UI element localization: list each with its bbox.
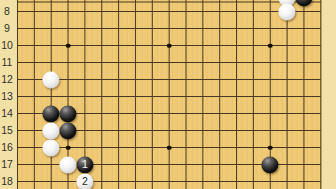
board-intersection[interactable]: [295, 139, 312, 156]
board-intersection[interactable]: [245, 54, 262, 71]
board-intersection[interactable]: [76, 37, 93, 54]
board-intersection[interactable]: [178, 173, 195, 189]
board-intersection[interactable]: [144, 105, 161, 122]
board-intersection[interactable]: [262, 3, 279, 20]
board-intersection[interactable]: [211, 71, 228, 88]
board-intersection[interactable]: [76, 54, 93, 71]
board-intersection[interactable]: [295, 88, 312, 105]
board-intersection[interactable]: [279, 3, 296, 20]
board-intersection[interactable]: [178, 20, 195, 37]
board-intersection[interactable]: [110, 20, 127, 37]
board-intersection[interactable]: [211, 37, 228, 54]
board-intersection[interactable]: [76, 71, 93, 88]
board-intersection[interactable]: [194, 105, 211, 122]
board-intersection[interactable]: [43, 20, 60, 37]
board-intersection[interactable]: [178, 37, 195, 54]
board-intersection[interactable]: [161, 71, 178, 88]
board-intersection[interactable]: [194, 173, 211, 189]
board-intersection[interactable]: [60, 20, 77, 37]
board-intersection[interactable]: [279, 54, 296, 71]
board-intersection[interactable]: [93, 71, 110, 88]
board-intersection[interactable]: [76, 122, 93, 139]
board-intersection[interactable]: [262, 71, 279, 88]
row-label-15: 15: [0, 122, 14, 139]
board-intersection[interactable]: [262, 139, 279, 156]
board-intersection[interactable]: [245, 156, 262, 173]
board-intersection[interactable]: [295, 20, 312, 37]
board-intersection[interactable]: [127, 71, 144, 88]
board-intersection[interactable]: [279, 173, 296, 189]
board-intersection[interactable]: [211, 173, 228, 189]
board-intersection[interactable]: [279, 139, 296, 156]
board-intersection[interactable]: [245, 88, 262, 105]
board-intersection[interactable]: [228, 88, 245, 105]
board-intersection[interactable]: [26, 71, 43, 88]
board-intersection[interactable]: [76, 3, 93, 20]
board-intersection[interactable]: [245, 37, 262, 54]
board-intersection[interactable]: [312, 37, 329, 54]
row-label-12: 12: [0, 71, 14, 88]
board-intersection[interactable]: [161, 3, 178, 20]
board-intersection[interactable]: [262, 54, 279, 71]
board-intersection[interactable]: [110, 156, 127, 173]
board-intersection[interactable]: [127, 173, 144, 189]
board-intersection[interactable]: [228, 54, 245, 71]
board-intersection[interactable]: [144, 139, 161, 156]
board-intersection[interactable]: [93, 88, 110, 105]
board-intersection[interactable]: [110, 71, 127, 88]
board-intersection[interactable]: [76, 105, 93, 122]
board-intersection[interactable]: [228, 71, 245, 88]
board-intersection[interactable]: [26, 156, 43, 173]
row-label-14: 14: [0, 105, 14, 122]
board-intersection[interactable]: [312, 71, 329, 88]
board-intersection[interactable]: [295, 156, 312, 173]
board-intersection[interactable]: [76, 173, 93, 189]
board-intersection[interactable]: [110, 173, 127, 189]
board-intersection[interactable]: [93, 54, 110, 71]
board-intersection[interactable]: [279, 122, 296, 139]
board-intersection[interactable]: [178, 88, 195, 105]
board-intersection[interactable]: [211, 3, 228, 20]
board-intersection[interactable]: [26, 54, 43, 71]
board-intersection[interactable]: [127, 20, 144, 37]
board-intersection[interactable]: [43, 54, 60, 71]
board-intersection[interactable]: [43, 37, 60, 54]
board-intersection[interactable]: [211, 20, 228, 37]
board-intersection[interactable]: [194, 139, 211, 156]
board-intersection[interactable]: [43, 88, 60, 105]
board-intersection[interactable]: [295, 173, 312, 189]
board-intersection[interactable]: [110, 54, 127, 71]
board-intersection[interactable]: [60, 88, 77, 105]
board-intersection[interactable]: [262, 37, 279, 54]
board-intersection[interactable]: [194, 3, 211, 20]
board-intersection[interactable]: [43, 71, 60, 88]
board-intersection[interactable]: [211, 105, 228, 122]
board-intersection[interactable]: [161, 54, 178, 71]
board-intersection[interactable]: [211, 156, 228, 173]
board-intersection[interactable]: [262, 105, 279, 122]
row-coordinate-axis: 89101112131415161718: [0, 0, 17, 189]
row-label-11: 11: [0, 54, 14, 71]
board-intersection[interactable]: [178, 105, 195, 122]
board-intersection[interactable]: [295, 3, 312, 20]
board-intersection[interactable]: [262, 156, 279, 173]
board-intersection[interactable]: [26, 3, 43, 20]
board-intersection[interactable]: [127, 3, 144, 20]
board-intersection[interactable]: [262, 122, 279, 139]
board-intersection[interactable]: [110, 139, 127, 156]
board-intersection[interactable]: [245, 105, 262, 122]
board-intersection[interactable]: [279, 20, 296, 37]
board-intersection[interactable]: [93, 122, 110, 139]
board-intersection[interactable]: [161, 122, 178, 139]
board-intersection[interactable]: [60, 122, 77, 139]
board-intersection[interactable]: [127, 105, 144, 122]
board-intersection[interactable]: [76, 88, 93, 105]
board-intersection[interactable]: [228, 122, 245, 139]
board-intersection[interactable]: [312, 3, 329, 20]
board-intersection[interactable]: [144, 71, 161, 88]
board-intersection[interactable]: [228, 3, 245, 20]
board-intersection[interactable]: [312, 156, 329, 173]
board-intersection[interactable]: [60, 139, 77, 156]
board-intersection[interactable]: [26, 173, 43, 189]
board-intersection[interactable]: [295, 71, 312, 88]
board-intersection[interactable]: [262, 20, 279, 37]
board-intersection[interactable]: [60, 173, 77, 189]
board-intersection[interactable]: [43, 3, 60, 20]
board-intersection[interactable]: [161, 37, 178, 54]
row-label-17: 17: [0, 156, 14, 173]
board-intersection[interactable]: [127, 37, 144, 54]
board-intersection[interactable]: [127, 156, 144, 173]
board-intersection[interactable]: [161, 20, 178, 37]
board-intersection[interactable]: [279, 37, 296, 54]
board-intersection[interactable]: [178, 156, 195, 173]
board-intersection[interactable]: [76, 20, 93, 37]
board-intersection[interactable]: [127, 54, 144, 71]
board-intersection[interactable]: [161, 173, 178, 189]
row-label-13: 13: [0, 88, 14, 105]
board-intersection[interactable]: [144, 122, 161, 139]
board-intersection[interactable]: [312, 122, 329, 139]
board-intersection[interactable]: [60, 37, 77, 54]
board-intersection[interactable]: [110, 105, 127, 122]
board-intersection[interactable]: [60, 105, 77, 122]
board-intersection[interactable]: [93, 3, 110, 20]
board-intersection[interactable]: [312, 139, 329, 156]
board-intersection[interactable]: [93, 105, 110, 122]
board-intersection[interactable]: [245, 20, 262, 37]
board-intersection[interactable]: [178, 71, 195, 88]
board-intersection[interactable]: [144, 54, 161, 71]
board-intersection[interactable]: [76, 139, 93, 156]
board-intersection[interactable]: [245, 122, 262, 139]
board-intersection[interactable]: [60, 3, 77, 20]
board-intersection[interactable]: [245, 139, 262, 156]
go-board-screenshot: 12 89101112131415161718: [0, 0, 336, 189]
board-intersection[interactable]: [245, 173, 262, 189]
board-intersection[interactable]: [178, 54, 195, 71]
board-intersection[interactable]: [178, 139, 195, 156]
board-intersection[interactable]: [60, 54, 77, 71]
row-label-18: 18: [0, 173, 14, 189]
board-intersection[interactable]: [262, 173, 279, 189]
board-intersection[interactable]: [161, 88, 178, 105]
board-intersection[interactable]: [26, 122, 43, 139]
board-intersection[interactable]: [228, 37, 245, 54]
board-intersection[interactable]: [194, 20, 211, 37]
board-intersection[interactable]: [279, 156, 296, 173]
board-intersection[interactable]: [279, 71, 296, 88]
board-intersection[interactable]: [161, 156, 178, 173]
board-intersection[interactable]: [194, 88, 211, 105]
board-intersection[interactable]: [144, 88, 161, 105]
board-intersection[interactable]: [60, 156, 77, 173]
board-intersection[interactable]: [279, 88, 296, 105]
board-intersection[interactable]: [43, 122, 60, 139]
board-intersection[interactable]: [295, 54, 312, 71]
board-intersection[interactable]: [312, 88, 329, 105]
board-intersection[interactable]: [228, 105, 245, 122]
board-intersection[interactable]: [110, 122, 127, 139]
board-intersection[interactable]: [194, 54, 211, 71]
row-label-16: 16: [0, 139, 14, 156]
board-intersection[interactable]: [144, 20, 161, 37]
board-intersection[interactable]: [295, 37, 312, 54]
board-intersection[interactable]: [144, 3, 161, 20]
row-label-10: 10: [0, 37, 14, 54]
board-intersection[interactable]: [295, 105, 312, 122]
board-intersection[interactable]: [110, 37, 127, 54]
board-intersection[interactable]: [26, 37, 43, 54]
board-intersection[interactable]: [93, 20, 110, 37]
board-intersection[interactable]: [178, 3, 195, 20]
board-intersection[interactable]: [228, 173, 245, 189]
board-intersection[interactable]: [161, 105, 178, 122]
board-intersection[interactable]: [194, 122, 211, 139]
board-intersection[interactable]: [43, 173, 60, 189]
board-intersection[interactable]: [93, 37, 110, 54]
board-intersection[interactable]: [194, 71, 211, 88]
board-intersection[interactable]: [211, 122, 228, 139]
board-intersection[interactable]: [127, 139, 144, 156]
board-intersection[interactable]: [43, 139, 60, 156]
board-intersection[interactable]: [279, 105, 296, 122]
board-intersection[interactable]: [262, 88, 279, 105]
board-intersection[interactable]: [228, 139, 245, 156]
board-intersection[interactable]: [295, 122, 312, 139]
board-intersection[interactable]: [144, 37, 161, 54]
board-intersection[interactable]: [93, 139, 110, 156]
board-intersection[interactable]: [26, 88, 43, 105]
board-intersection[interactable]: [110, 3, 127, 20]
board-intersection[interactable]: [144, 156, 161, 173]
row-label-9: 9: [0, 20, 14, 37]
row-label-8: 8: [0, 3, 14, 20]
board-intersection[interactable]: [228, 20, 245, 37]
board-intersection[interactable]: [312, 54, 329, 71]
board-intersection[interactable]: [211, 139, 228, 156]
board-intersection[interactable]: [110, 88, 127, 105]
board-intersection[interactable]: [161, 139, 178, 156]
board-intersection[interactable]: [26, 20, 43, 37]
board-intersection[interactable]: [26, 105, 43, 122]
board-intersection[interactable]: [43, 105, 60, 122]
board-intersection[interactable]: [211, 54, 228, 71]
board-intersection[interactable]: [228, 156, 245, 173]
board-intersection[interactable]: [26, 139, 43, 156]
board-intersection[interactable]: [127, 122, 144, 139]
board-intersection[interactable]: [127, 88, 144, 105]
board-intersection[interactable]: [245, 3, 262, 20]
board-intersection[interactable]: [194, 37, 211, 54]
board-intersection[interactable]: [312, 20, 329, 37]
board-intersection[interactable]: [93, 173, 110, 189]
board-intersection[interactable]: [312, 105, 329, 122]
board-intersection[interactable]: [144, 173, 161, 189]
go-board[interactable]: [9, 3, 329, 189]
board-intersection[interactable]: [245, 71, 262, 88]
board-intersection[interactable]: [76, 156, 93, 173]
board-intersection[interactable]: [211, 88, 228, 105]
board-intersection[interactable]: [194, 156, 211, 173]
board-intersection[interactable]: [178, 122, 195, 139]
board-intersection[interactable]: [93, 156, 110, 173]
board-intersection[interactable]: [312, 173, 329, 189]
board-intersection[interactable]: [60, 71, 77, 88]
board-intersection[interactable]: [43, 156, 60, 173]
